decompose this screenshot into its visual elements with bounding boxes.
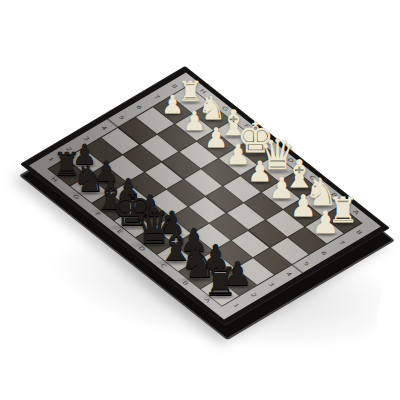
chess-set-photo: HGFEDCBA HGFEDCBA 87654321 87654321 ♜♟♞♟… [0,0,400,400]
